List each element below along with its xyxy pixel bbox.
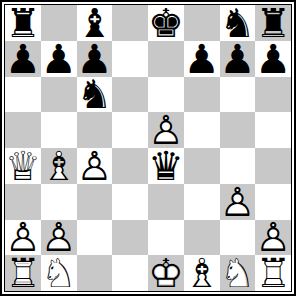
- square-g6[interactable]: [220, 77, 256, 113]
- square-e6[interactable]: [148, 77, 184, 113]
- white-piece-outline: ♘: [41, 255, 77, 291]
- square-c8[interactable]: ♝: [77, 5, 113, 41]
- white-piece-outline: ♖: [255, 255, 291, 291]
- square-f3[interactable]: [184, 184, 220, 220]
- white-piece-outline: ♙: [77, 148, 113, 184]
- square-f2[interactable]: [184, 220, 220, 256]
- square-h1[interactable]: ♜♖: [255, 255, 291, 291]
- square-e8[interactable]: ♚: [148, 5, 184, 41]
- piece-white-rook-icon: ♜♖: [5, 255, 41, 291]
- board-inner-frame: ♜♝♚♞♜♟♟♟♟♟♟♞♟♙♛♕♝♗♟♙♛♟♙♟♙♟♙♟♙♜♖♞♘♚♔♝♗♞♘♜…: [4, 4, 292, 292]
- square-b1[interactable]: ♞♘: [41, 255, 77, 291]
- square-f1[interactable]: ♝♗: [184, 255, 220, 291]
- square-f5[interactable]: [184, 112, 220, 148]
- black-piece-body: ♟: [41, 41, 77, 77]
- black-piece-body: ♛: [148, 148, 184, 184]
- piece-black-knight-icon: ♞: [220, 5, 256, 41]
- square-b2[interactable]: ♟♙: [41, 220, 77, 256]
- square-h6[interactable]: [255, 77, 291, 113]
- piece-black-pawn-icon: ♟: [41, 41, 77, 77]
- piece-black-pawn-icon: ♟: [255, 41, 291, 77]
- square-a3[interactable]: [5, 184, 41, 220]
- piece-white-rook-icon: ♜♖: [255, 255, 291, 291]
- square-h8[interactable]: ♜: [255, 5, 291, 41]
- square-h2[interactable]: ♟♙: [255, 220, 291, 256]
- square-c6[interactable]: ♞: [77, 77, 113, 113]
- black-piece-body: ♜: [5, 5, 41, 41]
- square-c1[interactable]: [77, 255, 113, 291]
- square-d4[interactable]: [112, 148, 148, 184]
- piece-white-pawn-icon: ♟♙: [255, 220, 291, 256]
- piece-white-knight-icon: ♞♘: [220, 255, 256, 291]
- piece-white-queen-icon: ♛♕: [5, 148, 41, 184]
- white-piece-outline: ♗: [41, 148, 77, 184]
- square-b8[interactable]: [41, 5, 77, 41]
- white-piece-outline: ♖: [5, 255, 41, 291]
- square-g7[interactable]: ♟: [220, 41, 256, 77]
- black-piece-body: ♟: [77, 41, 113, 77]
- square-h4[interactable]: [255, 148, 291, 184]
- piece-white-king-icon: ♚♔: [148, 255, 184, 291]
- square-e5[interactable]: ♟♙: [148, 112, 184, 148]
- square-e2[interactable]: [148, 220, 184, 256]
- square-d2[interactable]: [112, 220, 148, 256]
- square-g3[interactable]: ♟♙: [220, 184, 256, 220]
- square-a6[interactable]: [5, 77, 41, 113]
- piece-black-king-icon: ♚: [148, 5, 184, 41]
- square-c2[interactable]: [77, 220, 113, 256]
- white-piece-outline: ♗: [184, 255, 220, 291]
- square-f6[interactable]: [184, 77, 220, 113]
- piece-black-pawn-icon: ♟: [77, 41, 113, 77]
- square-b4[interactable]: ♝♗: [41, 148, 77, 184]
- square-a8[interactable]: ♜: [5, 5, 41, 41]
- white-piece-outline: ♙: [41, 220, 77, 256]
- square-c5[interactable]: [77, 112, 113, 148]
- black-piece-body: ♟: [184, 41, 220, 77]
- square-e7[interactable]: [148, 41, 184, 77]
- piece-white-pawn-icon: ♟♙: [41, 220, 77, 256]
- square-b5[interactable]: [41, 112, 77, 148]
- piece-white-pawn-icon: ♟♙: [148, 112, 184, 148]
- black-piece-body: ♟: [255, 41, 291, 77]
- piece-black-knight-icon: ♞: [77, 77, 113, 113]
- white-piece-outline: ♔: [148, 255, 184, 291]
- piece-black-pawn-icon: ♟: [5, 41, 41, 77]
- square-e3[interactable]: [148, 184, 184, 220]
- square-h3[interactable]: [255, 184, 291, 220]
- square-e1[interactable]: ♚♔: [148, 255, 184, 291]
- white-piece-outline: ♘: [220, 255, 256, 291]
- square-g8[interactable]: ♞: [220, 5, 256, 41]
- piece-white-pawn-icon: ♟♙: [220, 184, 256, 220]
- square-b7[interactable]: ♟: [41, 41, 77, 77]
- black-piece-body: ♟: [220, 41, 256, 77]
- black-piece-body: ♞: [220, 5, 256, 41]
- square-a2[interactable]: ♟♙: [5, 220, 41, 256]
- square-a7[interactable]: ♟: [5, 41, 41, 77]
- square-c4[interactable]: ♟♙: [77, 148, 113, 184]
- white-piece-outline: ♙: [5, 220, 41, 256]
- square-a5[interactable]: [5, 112, 41, 148]
- square-d7[interactable]: [112, 41, 148, 77]
- black-piece-body: ♝: [77, 5, 113, 41]
- piece-black-queen-icon: ♛: [148, 148, 184, 184]
- piece-black-pawn-icon: ♟: [184, 41, 220, 77]
- square-a1[interactable]: ♜♖: [5, 255, 41, 291]
- square-f7[interactable]: ♟: [184, 41, 220, 77]
- piece-white-pawn-icon: ♟♙: [5, 220, 41, 256]
- square-d1[interactable]: [112, 255, 148, 291]
- square-b6[interactable]: [41, 77, 77, 113]
- square-e4[interactable]: ♛: [148, 148, 184, 184]
- board-grid: ♜♝♚♞♜♟♟♟♟♟♟♞♟♙♛♕♝♗♟♙♛♟♙♟♙♟♙♟♙♜♖♞♘♚♔♝♗♞♘♜…: [5, 5, 291, 291]
- square-f4[interactable]: [184, 148, 220, 184]
- chess-board: ♜♝♚♞♜♟♟♟♟♟♟♞♟♙♛♕♝♗♟♙♛♟♙♟♙♟♙♟♙♜♖♞♘♚♔♝♗♞♘♜…: [0, 0, 296, 296]
- piece-white-bishop-icon: ♝♗: [184, 255, 220, 291]
- square-f8[interactable]: [184, 5, 220, 41]
- piece-white-bishop-icon: ♝♗: [41, 148, 77, 184]
- black-piece-body: ♞: [77, 77, 113, 113]
- square-d6[interactable]: [112, 77, 148, 113]
- square-h5[interactable]: [255, 112, 291, 148]
- piece-black-pawn-icon: ♟: [220, 41, 256, 77]
- square-g1[interactable]: ♞♘: [220, 255, 256, 291]
- square-g4[interactable]: [220, 148, 256, 184]
- square-d5[interactable]: [112, 112, 148, 148]
- piece-white-knight-icon: ♞♘: [41, 255, 77, 291]
- square-c3[interactable]: [77, 184, 113, 220]
- square-g5[interactable]: [220, 112, 256, 148]
- piece-black-rook-icon: ♜: [255, 5, 291, 41]
- square-a4[interactable]: ♛♕: [5, 148, 41, 184]
- black-piece-body: ♚: [148, 5, 184, 41]
- white-piece-outline: ♙: [220, 184, 256, 220]
- square-h7[interactable]: ♟: [255, 41, 291, 77]
- white-piece-outline: ♕: [5, 148, 41, 184]
- black-piece-body: ♟: [5, 41, 41, 77]
- square-g2[interactable]: [220, 220, 256, 256]
- square-d8[interactable]: [112, 5, 148, 41]
- white-piece-outline: ♙: [148, 112, 184, 148]
- piece-black-rook-icon: ♜: [5, 5, 41, 41]
- square-b3[interactable]: [41, 184, 77, 220]
- square-d3[interactable]: [112, 184, 148, 220]
- square-c7[interactable]: ♟: [77, 41, 113, 77]
- black-piece-body: ♜: [255, 5, 291, 41]
- piece-black-bishop-icon: ♝: [77, 5, 113, 41]
- piece-white-pawn-icon: ♟♙: [77, 148, 113, 184]
- white-piece-outline: ♙: [255, 220, 291, 256]
